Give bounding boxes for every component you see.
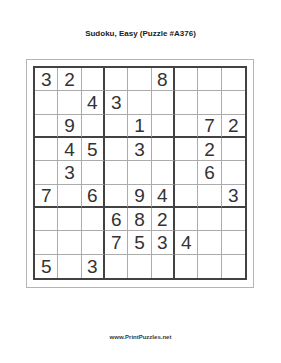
cell-r1c3: [82, 68, 105, 91]
site-url: www.PrintPuzzles.net: [0, 334, 281, 340]
cell-r3c1: [35, 115, 58, 138]
cell-r4c2: 4: [58, 138, 81, 161]
cell-r2c6: [152, 91, 175, 114]
cell-r1c9: [222, 68, 245, 91]
cell-r1c4: [105, 68, 128, 91]
cell-r2c9: [222, 91, 245, 114]
cell-r4c7: [175, 138, 198, 161]
cell-r9c9: [222, 255, 245, 278]
cell-r5c4: [105, 161, 128, 184]
cell-r6c2: [58, 185, 81, 208]
cell-r5c6: [152, 161, 175, 184]
cell-r7c1: [35, 208, 58, 231]
cell-r9c4: [105, 255, 128, 278]
cell-r8c7: 4: [175, 231, 198, 254]
cell-r7c8: [198, 208, 221, 231]
cell-r9c7: [175, 255, 198, 278]
cell-r7c6: 2: [152, 208, 175, 231]
cell-r7c4: 6: [105, 208, 128, 231]
cell-r1c8: [198, 68, 221, 91]
cell-r7c5: 8: [128, 208, 151, 231]
cell-r6c1: 7: [35, 185, 58, 208]
cell-r5c2: 3: [58, 161, 81, 184]
cell-r5c5: [128, 161, 151, 184]
cell-r5c7: [175, 161, 198, 184]
cell-r1c5: [128, 68, 151, 91]
cell-r8c9: [222, 231, 245, 254]
cell-r3c8: 7: [198, 115, 221, 138]
cell-r9c1: 5: [35, 255, 58, 278]
cell-r9c8: [198, 255, 221, 278]
cell-r2c4: 3: [105, 91, 128, 114]
cell-r4c8: 2: [198, 138, 221, 161]
cell-r8c6: 3: [152, 231, 175, 254]
cell-r3c2: 9: [58, 115, 81, 138]
cell-r8c3: [82, 231, 105, 254]
cell-r7c9: [222, 208, 245, 231]
cell-r8c1: [35, 231, 58, 254]
cell-r3c5: 1: [128, 115, 151, 138]
cell-r4c4: [105, 138, 128, 161]
cell-r5c1: [35, 161, 58, 184]
cell-r4c1: [35, 138, 58, 161]
cell-r2c1: [35, 91, 58, 114]
cell-r9c3: 3: [82, 255, 105, 278]
cell-r8c8: [198, 231, 221, 254]
cell-r2c8: [198, 91, 221, 114]
cell-r6c3: 6: [82, 185, 105, 208]
cell-r7c3: [82, 208, 105, 231]
sudoku-page: Sudoku, Easy (Puzzle #A376) 328439172453…: [0, 0, 281, 363]
cell-r2c2: [58, 91, 81, 114]
cell-r2c7: [175, 91, 198, 114]
cell-r6c9: 3: [222, 185, 245, 208]
cell-r2c5: [128, 91, 151, 114]
cell-r4c9: [222, 138, 245, 161]
cell-r7c2: [58, 208, 81, 231]
cell-r9c6: [152, 255, 175, 278]
cell-r5c8: 6: [198, 161, 221, 184]
cell-r6c5: 9: [128, 185, 151, 208]
cell-r7c7: [175, 208, 198, 231]
cell-r8c2: [58, 231, 81, 254]
cell-r1c2: 2: [58, 68, 81, 91]
cell-r6c8: [198, 185, 221, 208]
cell-r5c9: [222, 161, 245, 184]
cell-r4c6: [152, 138, 175, 161]
cell-r5c3: [82, 161, 105, 184]
cell-r1c1: 3: [35, 68, 58, 91]
cell-r3c7: [175, 115, 198, 138]
cell-r8c4: 7: [105, 231, 128, 254]
cell-r9c2: [58, 255, 81, 278]
cell-r1c6: 8: [152, 68, 175, 91]
cell-r3c9: 2: [222, 115, 245, 138]
cell-r3c6: [152, 115, 175, 138]
cell-r9c5: [128, 255, 151, 278]
puzzle-title: Sudoku, Easy (Puzzle #A376): [0, 29, 281, 38]
cell-r6c6: 4: [152, 185, 175, 208]
sudoku-grid: 32843917245323676943682753453: [33, 66, 247, 280]
cell-r6c4: [105, 185, 128, 208]
cell-r3c4: [105, 115, 128, 138]
cell-r2c3: 4: [82, 91, 105, 114]
cell-r1c7: [175, 68, 198, 91]
cell-r4c5: 3: [128, 138, 151, 161]
cell-r3c3: [82, 115, 105, 138]
cell-r6c7: [175, 185, 198, 208]
cell-r4c3: 5: [82, 138, 105, 161]
cell-r8c5: 5: [128, 231, 151, 254]
